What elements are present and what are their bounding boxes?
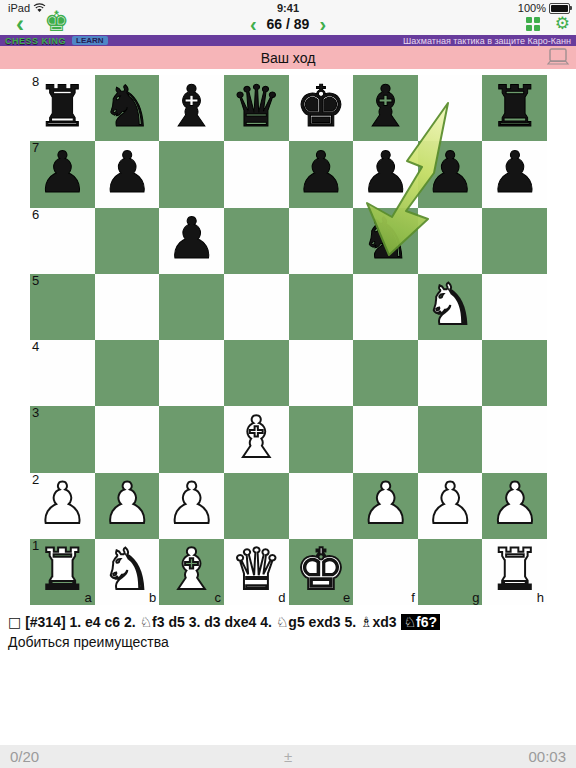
piece-black-knight[interactable]: ♞ <box>101 78 152 135</box>
piece-black-king[interactable]: ♚ <box>295 78 346 135</box>
battery-percent: 100% <box>518 2 546 14</box>
square-e5[interactable] <box>289 274 354 340</box>
clock: 9:41 <box>277 2 299 14</box>
rank-label-4: 4 <box>32 340 39 354</box>
battery-icon <box>549 3 570 14</box>
square-g4[interactable] <box>418 340 483 406</box>
rank-label-6: 6 <box>32 208 39 222</box>
square-b1[interactable]: b♞ <box>95 539 160 605</box>
piece-white-pawn[interactable]: ♟ <box>489 475 540 532</box>
square-a5[interactable]: 5 <box>30 274 95 340</box>
square-e3[interactable] <box>289 406 354 472</box>
rank-label-5: 5 <box>32 274 39 288</box>
status-bar: iPad 9:41 100% <box>0 0 576 16</box>
square-h5[interactable] <box>482 274 547 340</box>
moves-line: □ [#314] 1. e4 c6 2. ♘f3 d5 3. d3 dxe4 4… <box>8 612 568 632</box>
piece-black-bishop[interactable]: ♝ <box>360 78 411 135</box>
square-h2[interactable]: ♟ <box>482 473 547 539</box>
chess-king-wordmark: CHESS KING <box>5 36 66 46</box>
next-puzzle-button[interactable]: › <box>319 16 326 32</box>
piece-white-pawn[interactable]: ♟ <box>360 475 411 532</box>
square-e8[interactable]: ♚ <box>289 75 354 141</box>
square-b2[interactable]: ♟ <box>95 473 160 539</box>
piece-white-queen[interactable]: ♛ <box>231 541 282 598</box>
piece-black-pawn[interactable]: ♟ <box>425 144 476 201</box>
footer-bar: 0/20 ± 00:03 <box>0 745 576 768</box>
square-b5[interactable] <box>95 274 160 340</box>
square-c6[interactable]: ♟ <box>159 208 224 274</box>
square-f6[interactable]: ♞ <box>353 208 418 274</box>
square-d7[interactable] <box>224 141 289 207</box>
square-c2[interactable]: ♟ <box>159 473 224 539</box>
piece-white-bishop[interactable]: ♝ <box>231 409 282 466</box>
piece-white-rook[interactable]: ♜ <box>489 541 540 598</box>
square-d3[interactable]: ♝ <box>224 406 289 472</box>
piece-black-pawn[interactable]: ♟ <box>295 144 346 201</box>
chess-board: 8♜♞♝♛♚♝♜7♟♟♟♟♟♟6♟♞5♞43♝2♟♟♟♟♟♟1a♜b♞c♝d♛e… <box>30 75 547 605</box>
piece-black-pawn[interactable]: ♟ <box>489 144 540 201</box>
piece-white-pawn[interactable]: ♟ <box>425 475 476 532</box>
piece-white-knight[interactable]: ♞ <box>425 276 476 333</box>
square-f7[interactable]: ♟ <box>353 141 418 207</box>
square-b6[interactable] <box>95 208 160 274</box>
square-a7[interactable]: 7♟ <box>30 141 95 207</box>
piece-black-rook[interactable]: ♜ <box>37 78 88 135</box>
file-label-g: g <box>472 591 479 604</box>
square-e1[interactable]: e♚ <box>289 539 354 605</box>
square-b3[interactable] <box>95 406 160 472</box>
square-b7[interactable]: ♟ <box>95 141 160 207</box>
piece-white-king[interactable]: ♚ <box>295 541 346 598</box>
elapsed-time: 00:03 <box>528 748 566 765</box>
square-e6[interactable] <box>289 208 354 274</box>
brand-bar: CHESS KING LEARN Шахматная тактика в защ… <box>0 35 576 46</box>
square-d2[interactable] <box>224 473 289 539</box>
piece-black-queen[interactable]: ♛ <box>231 78 282 135</box>
square-d6[interactable] <box>224 208 289 274</box>
square-f3[interactable] <box>353 406 418 472</box>
square-e7[interactable]: ♟ <box>289 141 354 207</box>
square-h7[interactable]: ♟ <box>482 141 547 207</box>
piece-white-pawn[interactable]: ♟ <box>166 475 217 532</box>
puzzle-grid-button[interactable] <box>526 17 540 31</box>
puzzle-counter: 66 / 89 <box>267 16 310 32</box>
square-a3[interactable]: 3 <box>30 406 95 472</box>
learn-badge: LEARN <box>72 36 108 45</box>
piece-white-bishop[interactable]: ♝ <box>166 541 217 598</box>
square-f2[interactable]: ♟ <box>353 473 418 539</box>
square-b8[interactable]: ♞ <box>95 75 160 141</box>
puzzle-goal: Добиться преимущества <box>8 632 568 652</box>
piece-black-pawn[interactable]: ♟ <box>37 144 88 201</box>
white-to-move-marker: □ <box>8 614 21 630</box>
square-c1[interactable]: c♝ <box>159 539 224 605</box>
highlighted-last-move[interactable]: ♘f6? <box>401 614 441 630</box>
square-b4[interactable] <box>95 340 160 406</box>
square-g8[interactable] <box>418 75 483 141</box>
notation-panel: □ [#314] 1. e4 c6 2. ♘f3 d5 3. d3 dxe4 4… <box>8 612 568 652</box>
course-title: Шахматная тактика в защите Каро-Канн <box>403 36 571 46</box>
prev-puzzle-button[interactable]: ‹ <box>250 16 257 32</box>
piece-black-knight[interactable]: ♞ <box>360 210 411 267</box>
square-h3[interactable] <box>482 406 547 472</box>
square-d4[interactable] <box>224 340 289 406</box>
piece-white-pawn[interactable]: ♟ <box>37 475 88 532</box>
square-h1[interactable]: h♜ <box>482 539 547 605</box>
your-move-label: Ваш ход <box>261 50 316 66</box>
square-h8[interactable]: ♜ <box>482 75 547 141</box>
square-a6[interactable]: 6 <box>30 208 95 274</box>
square-h4[interactable] <box>482 340 547 406</box>
square-g3[interactable] <box>418 406 483 472</box>
file-label-f: f <box>411 591 415 604</box>
square-h6[interactable] <box>482 208 547 274</box>
piece-black-pawn[interactable]: ♟ <box>166 210 217 267</box>
square-f8[interactable]: ♝ <box>353 75 418 141</box>
piece-black-pawn[interactable]: ♟ <box>360 144 411 201</box>
piece-white-rook[interactable]: ♜ <box>37 541 88 598</box>
square-a8[interactable]: 8♜ <box>30 75 95 141</box>
square-c3[interactable] <box>159 406 224 472</box>
square-g1[interactable]: g <box>418 539 483 605</box>
square-f5[interactable] <box>353 274 418 340</box>
move-list[interactable]: 1. e4 c6 2. ♘f3 d5 3. d3 dxe4 4. ♘g5 exd… <box>69 614 396 630</box>
square-d8[interactable]: ♛ <box>224 75 289 141</box>
square-g6[interactable] <box>418 208 483 274</box>
square-g7[interactable]: ♟ <box>418 141 483 207</box>
square-d1[interactable]: d♛ <box>224 539 289 605</box>
square-c8[interactable]: ♝ <box>159 75 224 141</box>
piece-black-bishop[interactable]: ♝ <box>166 78 217 135</box>
square-a4[interactable]: 4 <box>30 340 95 406</box>
prompt-bar: Ваш ход <box>0 46 576 69</box>
piece-white-pawn[interactable]: ♟ <box>101 475 152 532</box>
square-e2[interactable] <box>289 473 354 539</box>
score-counter: 0/20 <box>10 748 39 765</box>
square-d5[interactable] <box>224 274 289 340</box>
square-g2[interactable]: ♟ <box>418 473 483 539</box>
square-c7[interactable] <box>159 141 224 207</box>
square-f1[interactable]: f <box>353 539 418 605</box>
square-f4[interactable] <box>353 340 418 406</box>
square-e4[interactable] <box>289 340 354 406</box>
square-a1[interactable]: 1a♜ <box>30 539 95 605</box>
nav-bar: ‹ ♚ ‹ 66 / 89 › ⚙ <box>0 16 576 35</box>
rank-label-3: 3 <box>32 406 39 420</box>
square-c4[interactable] <box>159 340 224 406</box>
piece-black-rook[interactable]: ♜ <box>489 78 540 135</box>
settings-gear-icon[interactable]: ⚙ <box>555 13 570 33</box>
piece-white-knight[interactable]: ♞ <box>101 541 152 598</box>
square-a2[interactable]: 2♟ <box>30 473 95 539</box>
puzzle-id: [#314] <box>25 614 65 630</box>
square-g5[interactable]: ♞ <box>418 274 483 340</box>
eval-symbol[interactable]: ± <box>284 748 292 765</box>
piece-black-pawn[interactable]: ♟ <box>101 144 152 201</box>
computer-icon[interactable] <box>546 48 570 67</box>
square-c5[interactable] <box>159 274 224 340</box>
